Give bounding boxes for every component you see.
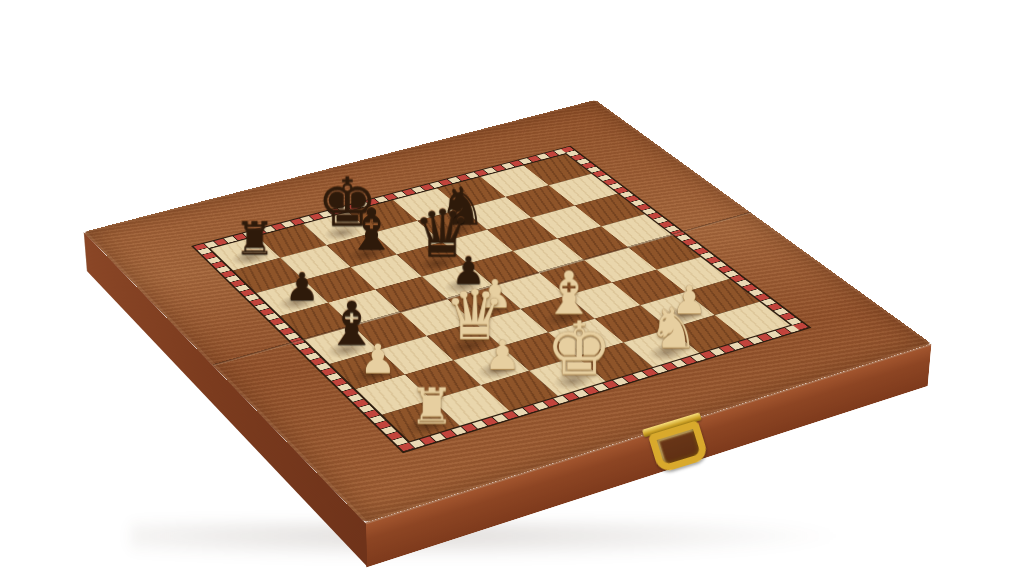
piece-black-pawn-a6[interactable]: ♟ — [284, 268, 318, 306]
chess-board: ♜♚♝♞♟♛♟♝♟♟♛♝♟♟♜♚♞ — [211, 154, 790, 441]
piece-white-rook-a1[interactable]: ♜ — [409, 381, 454, 431]
piece-white-king-d1[interactable]: ♚ — [545, 312, 611, 386]
piece-white-knight-f1[interactable]: ♞ — [648, 301, 698, 357]
scene-3d: ♜♚♝♞♟♛♟♝♟♟♛♝♟♟♜♚♞ — [0, 0, 1020, 587]
piece-black-bishop-c7[interactable]: ♝ — [346, 201, 397, 258]
case-frame: ♜♚♝♞♟♛♟♝♟♟♛♝♟♟♜♚♞ — [84, 100, 932, 523]
piece-white-pawn-c2[interactable]: ♟ — [484, 335, 520, 375]
decorative-inlay-border: ♜♚♝♞♟♛♟♝♟♟♛♝♟♟♜♚♞ — [191, 146, 812, 454]
piece-white-pawn-a3[interactable]: ♟ — [359, 339, 395, 379]
product-photo-scene: ♜♚♝♞♟♛♟♝♟♟♛♝♟♟♜♚♞ — [0, 0, 1020, 587]
piece-black-rook-a8[interactable]: ♜ — [234, 216, 275, 261]
folding-chess-case: ♜♚♝♞♟♛♟♝♟♟♛♝♟♟♜♚♞ — [84, 100, 932, 523]
